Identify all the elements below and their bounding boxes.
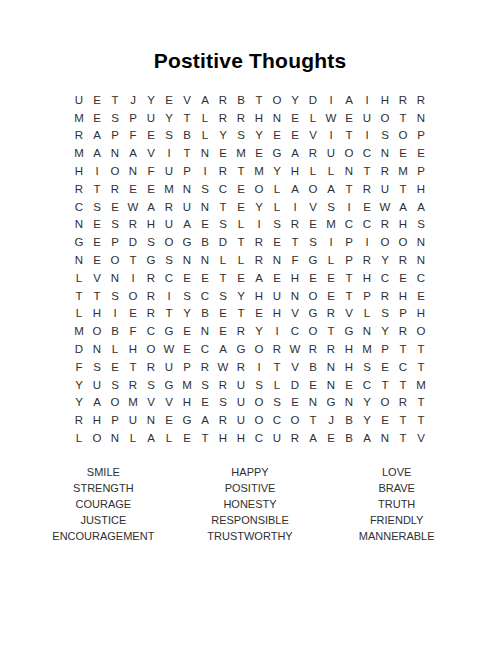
grid-cell[interactable]: S (358, 358, 376, 376)
grid-cell[interactable]: H (412, 180, 430, 198)
grid-cell[interactable]: R (142, 269, 160, 287)
grid-cell[interactable]: G (160, 376, 178, 394)
grid-cell[interactable]: A (358, 429, 376, 447)
grid-cell[interactable]: R (160, 198, 178, 216)
grid-cell[interactable]: Y (178, 305, 196, 323)
grid-cell[interactable]: S (142, 233, 160, 251)
grid-cell[interactable]: R (214, 162, 232, 180)
grid-cell[interactable]: U (268, 287, 286, 305)
grid-cell[interactable]: I (286, 198, 304, 216)
grid-cell[interactable]: T (304, 411, 322, 429)
grid-cell[interactable]: O (376, 394, 394, 412)
grid-cell[interactable]: Y (358, 411, 376, 429)
grid-cell[interactable]: H (88, 305, 106, 323)
grid-cell[interactable]: E (160, 91, 178, 109)
grid-cell[interactable]: M (178, 376, 196, 394)
grid-cell[interactable]: E (304, 216, 322, 234)
grid-cell[interactable]: P (124, 109, 142, 127)
grid-cell[interactable]: C (358, 216, 376, 234)
grid-cell[interactable]: N (322, 358, 340, 376)
grid-cell[interactable]: H (250, 109, 268, 127)
grid-cell[interactable]: O (268, 91, 286, 109)
grid-cell[interactable]: N (106, 144, 124, 162)
grid-cell[interactable]: U (358, 109, 376, 127)
grid-cell[interactable]: T (340, 287, 358, 305)
grid-cell[interactable]: Y (250, 198, 268, 216)
grid-cell[interactable]: I (160, 287, 178, 305)
grid-cell[interactable]: N (376, 429, 394, 447)
grid-cell[interactable]: D (304, 91, 322, 109)
grid-cell[interactable]: A (178, 216, 196, 234)
grid-cell[interactable]: H (70, 162, 88, 180)
grid-cell[interactable]: R (304, 144, 322, 162)
grid-cell[interactable]: L (232, 216, 250, 234)
grid-cell[interactable]: O (88, 429, 106, 447)
grid-cell[interactable]: N (196, 322, 214, 340)
grid-cell[interactable]: I (196, 162, 214, 180)
grid-cell[interactable]: E (178, 429, 196, 447)
grid-cell[interactable]: A (322, 180, 340, 198)
grid-cell[interactable]: I (358, 127, 376, 145)
grid-cell[interactable]: V (160, 394, 178, 412)
grid-cell[interactable]: E (286, 109, 304, 127)
grid-cell[interactable]: G (142, 251, 160, 269)
grid-cell[interactable]: G (178, 233, 196, 251)
grid-cell[interactable]: C (412, 269, 430, 287)
grid-cell[interactable]: T (412, 340, 430, 358)
grid-cell[interactable]: E (322, 287, 340, 305)
grid-cell[interactable]: T (340, 269, 358, 287)
grid-cell[interactable]: M (160, 180, 178, 198)
grid-cell[interactable]: A (196, 91, 214, 109)
grid-cell[interactable]: J (124, 91, 142, 109)
grid-cell[interactable]: H (358, 269, 376, 287)
grid-cell[interactable]: W (124, 198, 142, 216)
grid-cell[interactable]: R (376, 162, 394, 180)
grid-cell[interactable]: L (268, 198, 286, 216)
grid-cell[interactable]: F (124, 127, 142, 145)
grid-cell[interactable]: I (358, 233, 376, 251)
grid-cell[interactable]: I (340, 198, 358, 216)
grid-cell[interactable]: D (214, 233, 232, 251)
grid-cell[interactable]: L (322, 162, 340, 180)
grid-cell[interactable]: N (268, 109, 286, 127)
grid-cell[interactable]: A (196, 411, 214, 429)
grid-cell[interactable]: D (70, 340, 88, 358)
grid-cell[interactable]: T (232, 162, 250, 180)
grid-cell[interactable]: T (394, 411, 412, 429)
grid-cell[interactable]: T (322, 322, 340, 340)
grid-cell[interactable]: Y (250, 127, 268, 145)
grid-cell[interactable]: S (178, 287, 196, 305)
grid-cell[interactable]: S (88, 198, 106, 216)
grid-cell[interactable]: T (88, 287, 106, 305)
grid-cell[interactable]: N (196, 251, 214, 269)
grid-cell[interactable]: E (88, 251, 106, 269)
grid-cell[interactable]: R (70, 127, 88, 145)
grid-cell[interactable]: M (232, 144, 250, 162)
grid-cell[interactable]: F (70, 358, 88, 376)
grid-cell[interactable]: N (304, 394, 322, 412)
grid-cell[interactable]: E (196, 394, 214, 412)
grid-cell[interactable]: N (340, 162, 358, 180)
grid-cell[interactable]: U (322, 144, 340, 162)
grid-cell[interactable]: E (88, 233, 106, 251)
grid-cell[interactable]: R (250, 251, 268, 269)
grid-cell[interactable]: T (358, 162, 376, 180)
grid-cell[interactable]: H (124, 340, 142, 358)
grid-cell[interactable]: E (412, 287, 430, 305)
grid-cell[interactable]: R (394, 394, 412, 412)
grid-cell[interactable]: C (214, 180, 232, 198)
grid-cell[interactable]: M (70, 109, 88, 127)
grid-cell[interactable]: M (70, 144, 88, 162)
grid-cell[interactable]: T (250, 91, 268, 109)
grid-cell[interactable]: G (304, 251, 322, 269)
grid-cell[interactable]: M (250, 162, 268, 180)
grid-cell[interactable]: T (178, 144, 196, 162)
grid-cell[interactable]: I (268, 322, 286, 340)
grid-cell[interactable]: S (232, 127, 250, 145)
grid-cell[interactable]: I (124, 269, 142, 287)
grid-cell[interactable]: R (322, 305, 340, 323)
grid-cell[interactable]: U (88, 376, 106, 394)
grid-cell[interactable]: U (232, 411, 250, 429)
grid-cell[interactable]: E (178, 322, 196, 340)
grid-cell[interactable]: O (394, 127, 412, 145)
grid-cell[interactable]: S (412, 216, 430, 234)
grid-cell[interactable]: T (268, 358, 286, 376)
grid-cell[interactable]: N (286, 287, 304, 305)
grid-cell[interactable]: H (340, 340, 358, 358)
grid-cell[interactable]: O (376, 109, 394, 127)
grid-cell[interactable]: M (70, 322, 88, 340)
grid-cell[interactable]: G (160, 322, 178, 340)
grid-cell[interactable]: H (412, 305, 430, 323)
grid-cell[interactable]: L (232, 251, 250, 269)
grid-cell[interactable]: A (286, 180, 304, 198)
grid-cell[interactable]: R (232, 109, 250, 127)
grid-cell[interactable]: D (286, 376, 304, 394)
grid-cell[interactable]: B (340, 411, 358, 429)
grid-cell[interactable]: N (106, 269, 124, 287)
grid-cell[interactable]: C (376, 269, 394, 287)
grid-cell[interactable]: E (250, 305, 268, 323)
grid-cell[interactable]: T (376, 376, 394, 394)
grid-cell[interactable]: S (322, 198, 340, 216)
grid-cell[interactable]: R (250, 233, 268, 251)
grid-cell[interactable]: O (250, 394, 268, 412)
grid-cell[interactable]: G (304, 305, 322, 323)
grid-cell[interactable]: E (88, 91, 106, 109)
grid-cell[interactable]: O (304, 180, 322, 198)
grid-cell[interactable]: S (304, 233, 322, 251)
grid-cell[interactable]: E (142, 180, 160, 198)
grid-cell[interactable]: E (232, 198, 250, 216)
grid-cell[interactable]: L (70, 269, 88, 287)
grid-cell[interactable]: P (106, 127, 124, 145)
grid-cell[interactable]: R (394, 91, 412, 109)
grid-cell[interactable]: S (376, 127, 394, 145)
grid-cell[interactable]: S (376, 305, 394, 323)
grid-cell[interactable]: L (70, 305, 88, 323)
grid-cell[interactable]: C (286, 322, 304, 340)
grid-cell[interactable]: U (160, 216, 178, 234)
grid-cell[interactable]: I (160, 144, 178, 162)
grid-cell[interactable]: R (304, 340, 322, 358)
grid-cell[interactable]: A (142, 429, 160, 447)
grid-cell[interactable]: L (322, 251, 340, 269)
grid-cell[interactable]: H (340, 358, 358, 376)
grid-cell[interactable]: T (124, 251, 142, 269)
grid-cell[interactable]: S (214, 216, 232, 234)
grid-cell[interactable]: S (106, 216, 124, 234)
grid-cell[interactable]: B (304, 358, 322, 376)
grid-cell[interactable]: R (376, 287, 394, 305)
grid-cell[interactable]: N (376, 144, 394, 162)
grid-cell[interactable]: P (178, 162, 196, 180)
grid-cell[interactable]: U (268, 429, 286, 447)
grid-cell[interactable]: I (322, 127, 340, 145)
grid-cell[interactable]: O (376, 233, 394, 251)
grid-cell[interactable]: L (196, 109, 214, 127)
grid-cell[interactable]: E (376, 411, 394, 429)
grid-cell[interactable]: E (322, 269, 340, 287)
grid-cell[interactable]: C (70, 198, 88, 216)
grid-cell[interactable]: S (88, 358, 106, 376)
grid-cell[interactable]: E (196, 216, 214, 234)
grid-cell[interactable]: V (286, 305, 304, 323)
grid-cell[interactable]: E (268, 269, 286, 287)
grid-cell[interactable]: G (340, 322, 358, 340)
grid-cell[interactable]: L (268, 376, 286, 394)
grid-cell[interactable]: A (88, 394, 106, 412)
grid-cell[interactable]: N (412, 233, 430, 251)
grid-cell[interactable]: Y (376, 251, 394, 269)
grid-cell[interactable]: B (232, 91, 250, 109)
grid-cell[interactable]: U (160, 162, 178, 180)
grid-cell[interactable]: R (286, 429, 304, 447)
grid-cell[interactable]: S (160, 251, 178, 269)
grid-cell[interactable]: L (304, 109, 322, 127)
grid-cell[interactable]: T (412, 411, 430, 429)
grid-cell[interactable]: C (196, 340, 214, 358)
grid-cell[interactable]: E (304, 269, 322, 287)
grid-cell[interactable]: E (232, 269, 250, 287)
grid-cell[interactable]: G (268, 144, 286, 162)
grid-cell[interactable]: V (304, 127, 322, 145)
grid-cell[interactable]: R (268, 340, 286, 358)
grid-cell[interactable]: Y (250, 322, 268, 340)
grid-cell[interactable]: M (394, 162, 412, 180)
grid-cell[interactable]: C (358, 144, 376, 162)
grid-cell[interactable]: V (340, 305, 358, 323)
grid-cell[interactable]: C (268, 411, 286, 429)
grid-cell[interactable]: P (106, 233, 124, 251)
grid-cell[interactable]: T (394, 180, 412, 198)
grid-cell[interactable]: V (412, 429, 430, 447)
grid-cell[interactable]: S (196, 376, 214, 394)
grid-cell[interactable]: H (268, 305, 286, 323)
grid-cell[interactable]: P (376, 340, 394, 358)
grid-cell[interactable]: E (214, 305, 232, 323)
grid-cell[interactable]: H (232, 429, 250, 447)
grid-cell[interactable]: G (232, 340, 250, 358)
grid-cell[interactable]: C (358, 376, 376, 394)
grid-cell[interactable]: E (196, 269, 214, 287)
grid-cell[interactable]: E (178, 269, 196, 287)
grid-cell[interactable]: T (394, 429, 412, 447)
grid-cell[interactable]: J (322, 411, 340, 429)
grid-cell[interactable]: E (322, 429, 340, 447)
grid-cell[interactable]: R (376, 216, 394, 234)
grid-cell[interactable]: U (232, 376, 250, 394)
grid-cell[interactable]: Y (358, 394, 376, 412)
grid-cell[interactable]: M (322, 216, 340, 234)
grid-cell[interactable]: T (196, 429, 214, 447)
grid-cell[interactable]: R (412, 91, 430, 109)
grid-cell[interactable]: O (340, 144, 358, 162)
grid-cell[interactable]: H (142, 216, 160, 234)
grid-cell[interactable]: E (124, 180, 142, 198)
grid-cell[interactable]: N (124, 162, 142, 180)
grid-cell[interactable]: L (70, 429, 88, 447)
grid-cell[interactable]: F (142, 162, 160, 180)
grid-cell[interactable]: O (106, 251, 124, 269)
grid-cell[interactable]: B (106, 322, 124, 340)
grid-cell[interactable]: E (304, 376, 322, 394)
grid-cell[interactable]: N (70, 251, 88, 269)
grid-cell[interactable]: I (322, 91, 340, 109)
grid-cell[interactable]: N (142, 411, 160, 429)
grid-cell[interactable]: M (358, 340, 376, 358)
grid-cell[interactable]: O (304, 322, 322, 340)
grid-cell[interactable]: T (70, 287, 88, 305)
grid-cell[interactable]: R (214, 411, 232, 429)
grid-cell[interactable]: R (394, 251, 412, 269)
grid-cell[interactable]: Y (232, 287, 250, 305)
grid-cell[interactable]: L (106, 340, 124, 358)
grid-cell[interactable]: T (160, 305, 178, 323)
grid-cell[interactable]: A (250, 269, 268, 287)
grid-cell[interactable]: I (322, 233, 340, 251)
grid-cell[interactable]: E (412, 144, 430, 162)
grid-cell[interactable]: E (214, 322, 232, 340)
grid-cell[interactable]: E (232, 180, 250, 198)
grid-cell[interactable]: L (304, 162, 322, 180)
grid-cell[interactable]: H (394, 216, 412, 234)
grid-cell[interactable]: B (196, 305, 214, 323)
grid-cell[interactable]: R (142, 287, 160, 305)
grid-cell[interactable]: A (214, 340, 232, 358)
grid-cell[interactable]: R (232, 358, 250, 376)
grid-cell[interactable]: R (358, 251, 376, 269)
grid-cell[interactable]: R (214, 376, 232, 394)
grid-cell[interactable]: R (322, 340, 340, 358)
grid-cell[interactable]: A (340, 91, 358, 109)
grid-cell[interactable]: E (286, 127, 304, 145)
grid-cell[interactable]: O (394, 233, 412, 251)
grid-cell[interactable]: H (214, 429, 232, 447)
grid-cell[interactable]: V (178, 91, 196, 109)
grid-cell[interactable]: N (340, 394, 358, 412)
grid-cell[interactable]: A (412, 198, 430, 216)
grid-cell[interactable]: Y (70, 376, 88, 394)
grid-cell[interactable]: R (196, 358, 214, 376)
grid-cell[interactable]: O (160, 233, 178, 251)
grid-cell[interactable]: L (214, 251, 232, 269)
grid-cell[interactable]: R (214, 91, 232, 109)
grid-cell[interactable]: W (160, 340, 178, 358)
grid-cell[interactable]: E (106, 198, 124, 216)
grid-cell[interactable]: P (340, 233, 358, 251)
grid-cell[interactable]: E (268, 127, 286, 145)
grid-cell[interactable]: O (412, 322, 430, 340)
grid-cell[interactable]: P (178, 358, 196, 376)
grid-cell[interactable]: T (214, 269, 232, 287)
grid-cell[interactable]: E (268, 233, 286, 251)
grid-cell[interactable]: L (268, 180, 286, 198)
grid-cell[interactable]: S (268, 394, 286, 412)
grid-cell[interactable]: N (178, 180, 196, 198)
grid-cell[interactable]: W (214, 358, 232, 376)
grid-cell[interactable]: S (196, 180, 214, 198)
grid-cell[interactable]: G (70, 233, 88, 251)
grid-cell[interactable]: I (88, 162, 106, 180)
grid-cell[interactable]: W (286, 340, 304, 358)
grid-cell[interactable]: H (88, 411, 106, 429)
grid-cell[interactable]: T (178, 109, 196, 127)
grid-cell[interactable]: S (106, 376, 124, 394)
grid-cell[interactable]: U (160, 358, 178, 376)
grid-cell[interactable]: U (142, 109, 160, 127)
grid-cell[interactable]: W (322, 109, 340, 127)
grid-cell[interactable]: A (304, 429, 322, 447)
grid-cell[interactable]: E (340, 109, 358, 127)
grid-cell[interactable]: F (286, 251, 304, 269)
grid-cell[interactable]: R (142, 358, 160, 376)
grid-cell[interactable]: E (214, 144, 232, 162)
grid-cell[interactable]: N (196, 144, 214, 162)
grid-cell[interactable]: A (124, 144, 142, 162)
grid-cell[interactable]: Y (286, 91, 304, 109)
grid-cell[interactable]: I (358, 91, 376, 109)
grid-cell[interactable]: N (178, 251, 196, 269)
grid-cell[interactable]: N (412, 251, 430, 269)
grid-cell[interactable]: U (376, 180, 394, 198)
grid-cell[interactable]: V (142, 144, 160, 162)
grid-cell[interactable]: C (250, 429, 268, 447)
grid-cell[interactable]: Y (142, 91, 160, 109)
grid-cell[interactable]: C (142, 322, 160, 340)
grid-cell[interactable]: T (394, 109, 412, 127)
grid-cell[interactable]: L (160, 429, 178, 447)
grid-cell[interactable]: H (178, 394, 196, 412)
grid-cell[interactable]: U (70, 91, 88, 109)
grid-cell[interactable]: O (304, 287, 322, 305)
grid-cell[interactable]: H (286, 162, 304, 180)
grid-cell[interactable]: E (394, 269, 412, 287)
grid-cell[interactable]: A (88, 127, 106, 145)
grid-cell[interactable]: R (124, 376, 142, 394)
grid-cell[interactable]: P (412, 127, 430, 145)
grid-cell[interactable]: U (178, 198, 196, 216)
grid-cell[interactable]: S (106, 109, 124, 127)
grid-cell[interactable]: S (268, 216, 286, 234)
grid-cell[interactable]: E (160, 411, 178, 429)
grid-cell[interactable]: E (358, 198, 376, 216)
grid-cell[interactable]: W (376, 198, 394, 216)
